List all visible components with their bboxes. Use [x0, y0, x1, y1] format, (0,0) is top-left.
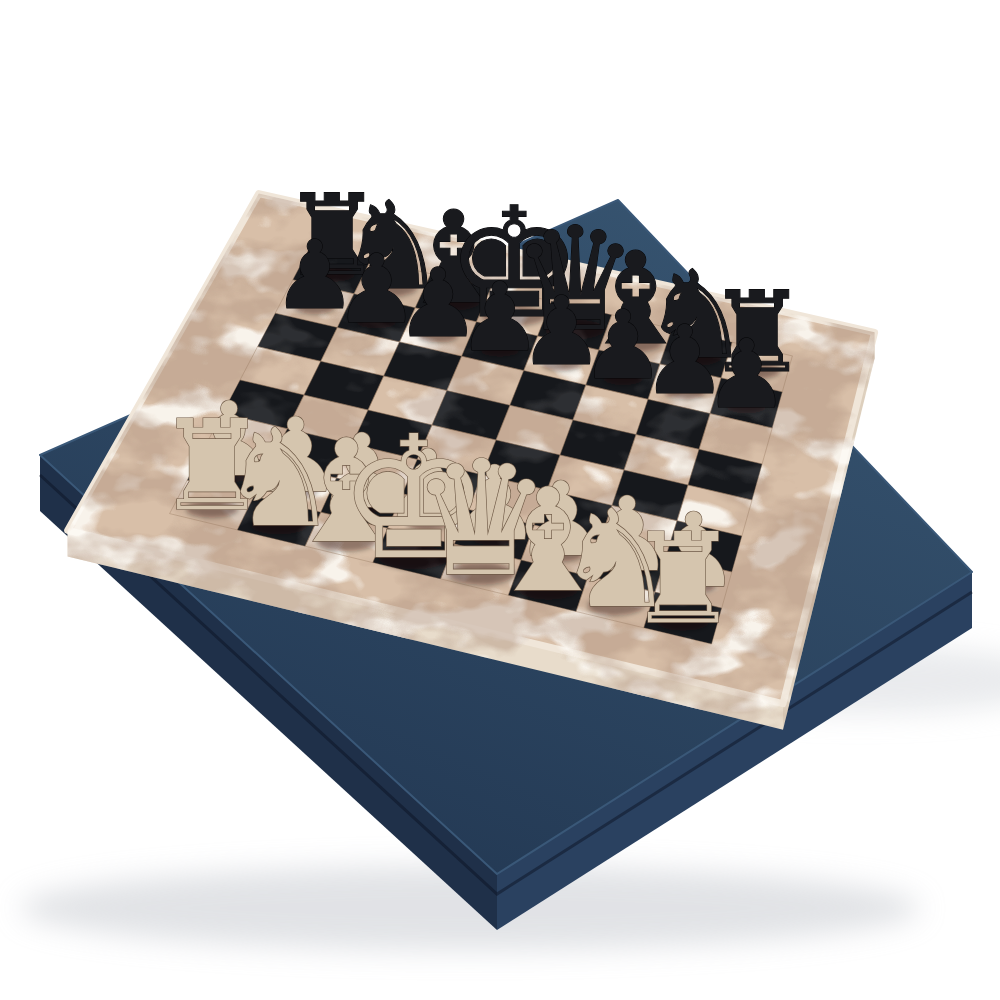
piece-black-pawn-a7: ♟: [704, 319, 789, 429]
product-photo: ♜♞♝♚♛♝♞♜♟♟♟♟♟♟♟♟♟♟♟♟♟♟♟♟♜♞♝♚♛♝♞♜: [0, 0, 1000, 1000]
piece-white-rook-a1: ♜: [627, 506, 739, 651]
chess-scene: ♜♞♝♚♛♝♞♜♟♟♟♟♟♟♟♟♟♟♟♟♟♟♟♟♜♞♝♚♛♝♞♜: [0, 0, 1000, 1000]
